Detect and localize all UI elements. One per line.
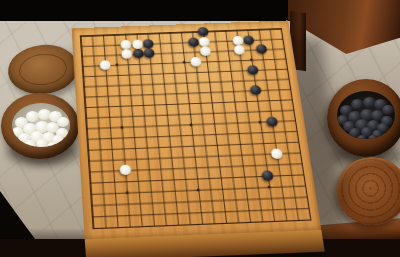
black-stone[interactable]: [144, 49, 156, 59]
star-point: [120, 125, 123, 128]
star-point: [115, 63, 118, 66]
black-stone[interactable]: [132, 49, 144, 59]
black-stone[interactable]: [250, 85, 262, 95]
white-stone[interactable]: [270, 148, 283, 159]
white-stone[interactable]: [232, 36, 244, 46]
white-bowl-stone: [47, 142, 58, 147]
black-stones-pile: [337, 91, 395, 139]
black-stone[interactable]: [197, 27, 209, 37]
black-stone[interactable]: [143, 39, 155, 49]
black-stone[interactable]: [266, 116, 278, 126]
star-point: [268, 185, 272, 188]
black-stone[interactable]: [247, 65, 259, 75]
white-stone[interactable]: [199, 37, 211, 47]
white-stone[interactable]: [120, 40, 131, 50]
white-stone[interactable]: [190, 57, 202, 67]
black-stone-bowl-lid[interactable]: [336, 157, 400, 225]
star-point: [197, 188, 200, 191]
white-stone[interactable]: [132, 39, 143, 49]
white-stone[interactable]: [200, 47, 212, 57]
black-stone[interactable]: [256, 45, 268, 55]
white-stone[interactable]: [233, 45, 245, 55]
white-bowl-stone: [24, 140, 36, 147]
star-point: [259, 120, 262, 123]
white-stone[interactable]: [100, 60, 111, 70]
white-stone[interactable]: [119, 165, 131, 176]
go-grid[interactable]: [80, 28, 312, 229]
star-point: [183, 61, 186, 64]
black-bowl-stone: [357, 135, 367, 139]
black-stone[interactable]: [243, 35, 255, 45]
white-stone-bowl[interactable]: [1, 93, 79, 159]
black-bowl-stone: [368, 135, 378, 139]
black-stone[interactable]: [187, 37, 199, 47]
black-stone[interactable]: [262, 170, 275, 181]
white-stones-pile: [12, 103, 70, 147]
white-stone[interactable]: [121, 50, 132, 60]
black-bowl-stone: [351, 99, 364, 110]
white-bowl-stone: [26, 111, 39, 122]
star-point: [125, 191, 128, 194]
go-game-scene: [0, 0, 400, 257]
black-stone-bowl[interactable]: [327, 79, 400, 157]
star-point: [189, 123, 192, 126]
goban: [72, 20, 322, 239]
star-point: [250, 58, 253, 61]
